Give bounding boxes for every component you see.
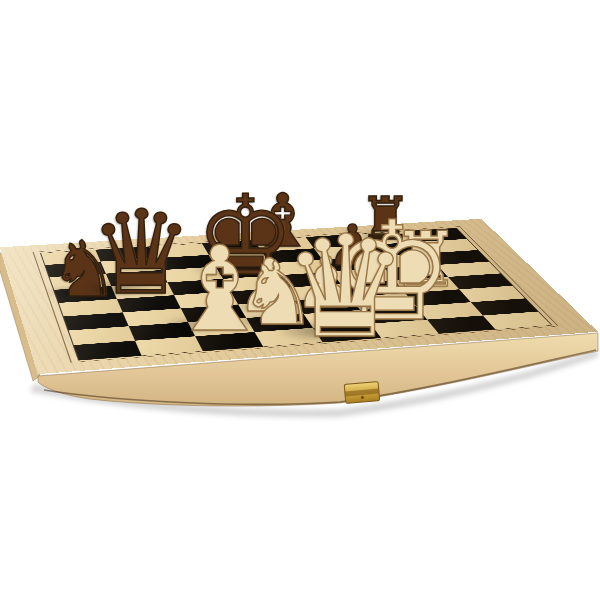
brass-clasp	[344, 382, 380, 404]
product-photo: ♝♜♚♟♞♛♜♟♟♝♞♚♛	[0, 0, 600, 600]
white-queen-e1[interactable]: ♛	[282, 217, 409, 358]
square-a1	[74, 341, 142, 361]
square-h1	[483, 312, 551, 330]
